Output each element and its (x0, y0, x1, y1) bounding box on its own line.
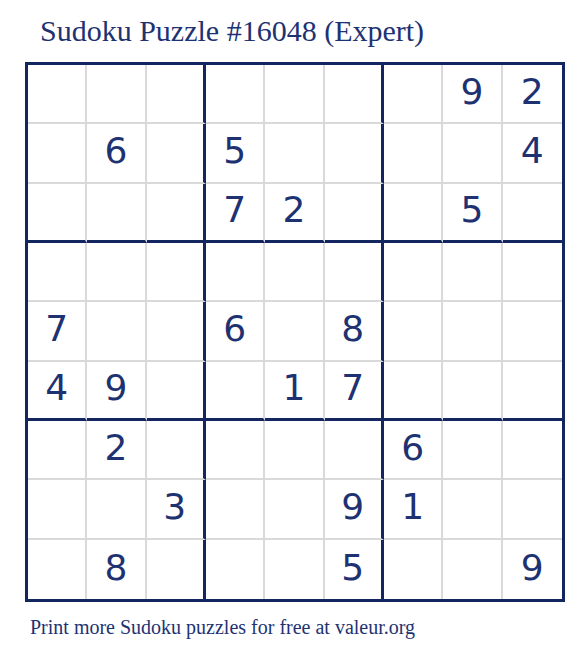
cell-r4c7 (384, 243, 443, 302)
cell-r8c2 (87, 480, 146, 539)
cell-r3c5: 2 (265, 184, 324, 243)
cell-r7c8 (443, 421, 502, 480)
cell-r5c2 (87, 302, 146, 361)
cell-r1c3 (147, 65, 206, 124)
cell-r2c8 (443, 124, 502, 183)
cell-r2c5 (265, 124, 324, 183)
cell-r9c7 (384, 540, 443, 599)
cell-r6c7 (384, 362, 443, 421)
cell-r2c6 (325, 124, 384, 183)
cell-r1c6 (325, 65, 384, 124)
cell-r9c4 (206, 540, 265, 599)
cell-r9c6: 5 (325, 540, 384, 599)
cell-r3c7 (384, 184, 443, 243)
cell-r9c2: 8 (87, 540, 146, 599)
cell-r8c3: 3 (147, 480, 206, 539)
cell-r9c5 (265, 540, 324, 599)
cell-r2c1 (28, 124, 87, 183)
cell-r5c8 (443, 302, 502, 361)
cell-r8c6: 9 (325, 480, 384, 539)
cell-r3c8: 5 (443, 184, 502, 243)
cell-r7c4 (206, 421, 265, 480)
cell-r4c6 (325, 243, 384, 302)
cell-r1c7 (384, 65, 443, 124)
cell-r1c2 (87, 65, 146, 124)
page: Sudoku Puzzle #16048 (Expert) 9265472576… (0, 0, 580, 651)
cell-r6c2: 9 (87, 362, 146, 421)
cell-r7c9 (503, 421, 562, 480)
cell-r7c1 (28, 421, 87, 480)
cell-r3c9 (503, 184, 562, 243)
cell-r4c9 (503, 243, 562, 302)
footer-text: Print more Sudoku puzzles for free at va… (30, 616, 415, 639)
cell-r4c5 (265, 243, 324, 302)
cell-r5c9 (503, 302, 562, 361)
page-title: Sudoku Puzzle #16048 (Expert) (40, 14, 424, 48)
cell-r8c9 (503, 480, 562, 539)
cell-r2c2: 6 (87, 124, 146, 183)
cell-r6c9 (503, 362, 562, 421)
cell-r1c4 (206, 65, 265, 124)
cell-r6c6: 7 (325, 362, 384, 421)
cell-r1c9: 2 (503, 65, 562, 124)
cell-r8c1 (28, 480, 87, 539)
cell-r7c3 (147, 421, 206, 480)
cell-r5c5 (265, 302, 324, 361)
cell-r2c7 (384, 124, 443, 183)
cell-r5c6: 8 (325, 302, 384, 361)
cell-r3c1 (28, 184, 87, 243)
cell-r6c5: 1 (265, 362, 324, 421)
cell-r3c4: 7 (206, 184, 265, 243)
cell-r4c1 (28, 243, 87, 302)
cell-r8c8 (443, 480, 502, 539)
cell-r6c8 (443, 362, 502, 421)
cell-r3c2 (87, 184, 146, 243)
cell-r8c4 (206, 480, 265, 539)
cell-r8c5 (265, 480, 324, 539)
cell-r4c4 (206, 243, 265, 302)
cell-r5c1: 7 (28, 302, 87, 361)
cell-r7c7: 6 (384, 421, 443, 480)
cell-r4c8 (443, 243, 502, 302)
cell-r6c4 (206, 362, 265, 421)
cell-r6c1: 4 (28, 362, 87, 421)
cell-r1c5 (265, 65, 324, 124)
cell-r4c2 (87, 243, 146, 302)
cell-r5c4: 6 (206, 302, 265, 361)
cell-r2c3 (147, 124, 206, 183)
cell-r9c1 (28, 540, 87, 599)
cell-r3c3 (147, 184, 206, 243)
cell-r4c3 (147, 243, 206, 302)
cell-r6c3 (147, 362, 206, 421)
cell-r7c2: 2 (87, 421, 146, 480)
cell-r1c1 (28, 65, 87, 124)
cell-r1c8: 9 (443, 65, 502, 124)
cell-r5c7 (384, 302, 443, 361)
cell-r5c3 (147, 302, 206, 361)
cell-r3c6 (325, 184, 384, 243)
cell-r8c7: 1 (384, 480, 443, 539)
cell-r7c6 (325, 421, 384, 480)
cell-r2c4: 5 (206, 124, 265, 183)
cell-r2c9: 4 (503, 124, 562, 183)
cell-r9c3 (147, 540, 206, 599)
sudoku-board: 92654725768491726391859 (25, 62, 565, 602)
cell-r7c5 (265, 421, 324, 480)
cell-r9c8 (443, 540, 502, 599)
cell-r9c9: 9 (503, 540, 562, 599)
